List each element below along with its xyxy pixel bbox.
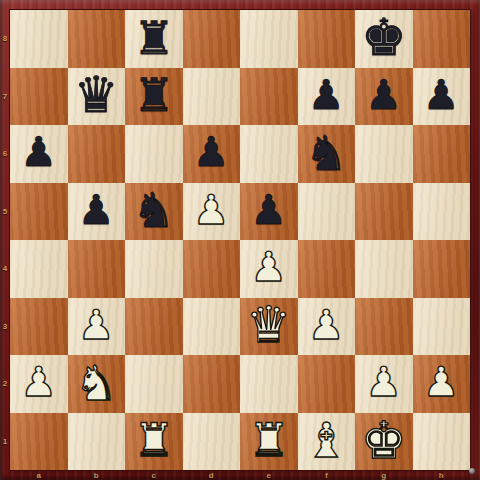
square-e8[interactable]: [240, 10, 298, 68]
file-label-d: d: [183, 470, 241, 480]
square-g6[interactable]: [355, 125, 413, 183]
rank-label-2: 2: [0, 355, 10, 413]
piece-white-rook[interactable]: ♜: [248, 417, 289, 463]
square-f3[interactable]: ♟: [298, 298, 356, 356]
square-c5[interactable]: ♞: [125, 183, 183, 241]
piece-white-bishop[interactable]: ♝: [305, 416, 348, 464]
square-f8[interactable]: [298, 10, 356, 68]
rank-label-3: 3: [0, 298, 10, 356]
rank-label-1: 1: [0, 413, 10, 471]
square-b6[interactable]: [68, 125, 126, 183]
square-g3[interactable]: [355, 298, 413, 356]
file-label-b: b: [68, 470, 126, 480]
piece-white-pawn[interactable]: ♟: [250, 247, 287, 288]
corner-pin-icon: [469, 468, 475, 474]
square-c8[interactable]: ♜: [125, 10, 183, 68]
piece-white-pawn[interactable]: ♟: [20, 362, 57, 403]
square-b3[interactable]: ♟: [68, 298, 126, 356]
square-g2[interactable]: ♟: [355, 355, 413, 413]
file-label-e: e: [240, 470, 298, 480]
square-a6[interactable]: ♟: [10, 125, 68, 183]
square-a8[interactable]: [10, 10, 68, 68]
square-a2[interactable]: ♟: [10, 355, 68, 413]
square-g7[interactable]: ♟: [355, 68, 413, 126]
piece-black-king[interactable]: ♚: [361, 12, 407, 63]
square-f4[interactable]: [298, 240, 356, 298]
square-g8[interactable]: ♚: [355, 10, 413, 68]
square-a1[interactable]: [10, 413, 68, 471]
square-d7[interactable]: [183, 68, 241, 126]
piece-black-pawn[interactable]: ♟: [308, 75, 345, 116]
piece-black-pawn[interactable]: ♟: [78, 190, 115, 231]
rank-label-7: 7: [0, 68, 10, 126]
square-h5[interactable]: [413, 183, 471, 241]
square-e6[interactable]: [240, 125, 298, 183]
square-c3[interactable]: [125, 298, 183, 356]
square-e3[interactable]: ♛: [240, 298, 298, 356]
chess-board: ♜♚♛♜♟♟♟♟♟♞♟♞♟♟♟♟♛♟♟♞♟♟♜♜♝♚: [10, 10, 470, 470]
square-f5[interactable]: [298, 183, 356, 241]
piece-white-pawn[interactable]: ♟: [423, 362, 460, 403]
square-a5[interactable]: [10, 183, 68, 241]
piece-black-queen[interactable]: ♛: [74, 70, 119, 120]
piece-black-pawn[interactable]: ♟: [365, 75, 402, 116]
square-g1[interactable]: ♚: [355, 413, 413, 471]
piece-white-king[interactable]: ♚: [361, 415, 407, 466]
square-f7[interactable]: ♟: [298, 68, 356, 126]
square-b2[interactable]: ♞: [68, 355, 126, 413]
file-label-g: g: [355, 470, 413, 480]
square-f6[interactable]: ♞: [298, 125, 356, 183]
piece-white-knight[interactable]: ♞: [75, 359, 118, 407]
square-h4[interactable]: [413, 240, 471, 298]
piece-black-pawn[interactable]: ♟: [423, 75, 460, 116]
piece-black-pawn[interactable]: ♟: [20, 132, 57, 173]
square-d8[interactable]: [183, 10, 241, 68]
square-h6[interactable]: [413, 125, 471, 183]
square-b4[interactable]: [68, 240, 126, 298]
piece-white-pawn[interactable]: ♟: [308, 305, 345, 346]
piece-black-rook[interactable]: ♜: [133, 15, 174, 61]
file-label-h: h: [413, 470, 471, 480]
file-label-a: a: [10, 470, 68, 480]
square-h3[interactable]: [413, 298, 471, 356]
square-e7[interactable]: [240, 68, 298, 126]
square-c2[interactable]: [125, 355, 183, 413]
square-h1[interactable]: [413, 413, 471, 471]
square-a3[interactable]: [10, 298, 68, 356]
rank-label-5: 5: [0, 183, 10, 241]
square-c6[interactable]: [125, 125, 183, 183]
piece-white-pawn[interactable]: ♟: [78, 305, 115, 346]
square-b5[interactable]: ♟: [68, 183, 126, 241]
file-label-c: c: [125, 470, 183, 480]
square-h7[interactable]: ♟: [413, 68, 471, 126]
square-e2[interactable]: [240, 355, 298, 413]
square-e1[interactable]: ♜: [240, 413, 298, 471]
square-h2[interactable]: ♟: [413, 355, 471, 413]
piece-white-rook[interactable]: ♜: [133, 417, 174, 463]
square-d4[interactable]: [183, 240, 241, 298]
piece-black-pawn[interactable]: ♟: [193, 132, 230, 173]
square-f1[interactable]: ♝: [298, 413, 356, 471]
square-d1[interactable]: [183, 413, 241, 471]
square-b8[interactable]: [68, 10, 126, 68]
square-b7[interactable]: ♛: [68, 68, 126, 126]
square-a4[interactable]: [10, 240, 68, 298]
piece-white-queen[interactable]: ♛: [246, 300, 291, 350]
square-d6[interactable]: ♟: [183, 125, 241, 183]
rank-label-6: 6: [0, 125, 10, 183]
piece-black-knight[interactable]: ♞: [132, 186, 175, 234]
square-c4[interactable]: [125, 240, 183, 298]
piece-black-pawn[interactable]: ♟: [250, 190, 287, 231]
square-d3[interactable]: [183, 298, 241, 356]
square-e5[interactable]: ♟: [240, 183, 298, 241]
square-e4[interactable]: ♟: [240, 240, 298, 298]
rank-labels: 87654321: [0, 10, 10, 470]
square-d5[interactable]: ♟: [183, 183, 241, 241]
file-label-f: f: [298, 470, 356, 480]
square-c7[interactable]: ♜: [125, 68, 183, 126]
square-a7[interactable]: [10, 68, 68, 126]
piece-black-rook[interactable]: ♜: [133, 72, 174, 118]
square-c1[interactable]: ♜: [125, 413, 183, 471]
board-frame: 87654321 abcdefgh ♜♚♛♜♟♟♟♟♟♞♟♞♟♟♟♟♛♟♟♞♟♟…: [0, 0, 480, 480]
square-g5[interactable]: [355, 183, 413, 241]
square-d2[interactable]: [183, 355, 241, 413]
piece-white-pawn[interactable]: ♟: [193, 190, 230, 231]
file-labels: abcdefgh: [10, 470, 470, 480]
piece-black-knight[interactable]: ♞: [305, 129, 348, 177]
square-b1[interactable]: [68, 413, 126, 471]
rank-label-8: 8: [0, 10, 10, 68]
rank-label-4: 4: [0, 240, 10, 298]
square-h8[interactable]: [413, 10, 471, 68]
piece-white-pawn[interactable]: ♟: [365, 362, 402, 403]
square-f2[interactable]: [298, 355, 356, 413]
square-g4[interactable]: [355, 240, 413, 298]
